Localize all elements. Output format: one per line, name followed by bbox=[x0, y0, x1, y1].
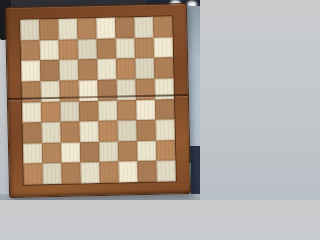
square-f6 bbox=[116, 58, 135, 79]
chess-board bbox=[5, 3, 191, 198]
square-d1 bbox=[80, 162, 99, 183]
playing-area bbox=[20, 16, 176, 184]
square-d4 bbox=[79, 101, 98, 122]
square-g4 bbox=[136, 99, 155, 120]
square-g8 bbox=[134, 17, 153, 38]
square-d2 bbox=[80, 142, 99, 163]
square-e6 bbox=[97, 59, 116, 80]
square-e1 bbox=[99, 162, 118, 183]
square-h3 bbox=[155, 119, 174, 140]
square-a6 bbox=[21, 61, 40, 82]
square-e7 bbox=[97, 38, 116, 59]
square-d3 bbox=[79, 121, 98, 142]
square-f8 bbox=[115, 17, 134, 38]
square-f4 bbox=[117, 100, 136, 121]
square-a2 bbox=[23, 143, 42, 164]
square-c1 bbox=[61, 163, 80, 184]
square-b1 bbox=[42, 163, 61, 184]
square-e8 bbox=[96, 18, 115, 39]
square-c7 bbox=[59, 39, 78, 60]
square-b2 bbox=[42, 143, 61, 164]
square-e3 bbox=[98, 121, 117, 142]
square-g3 bbox=[136, 120, 155, 141]
square-g7 bbox=[135, 37, 154, 58]
square-h4 bbox=[155, 99, 174, 120]
square-e4 bbox=[98, 100, 117, 121]
square-a7 bbox=[21, 40, 40, 61]
square-d8 bbox=[77, 18, 96, 39]
square-b7 bbox=[40, 40, 59, 61]
square-c4 bbox=[60, 101, 79, 122]
square-g2 bbox=[137, 140, 156, 161]
square-h8 bbox=[153, 16, 172, 37]
square-h6 bbox=[154, 58, 173, 79]
square-c2 bbox=[61, 142, 80, 163]
square-b6 bbox=[40, 60, 59, 81]
square-a1 bbox=[23, 164, 42, 185]
square-h7 bbox=[154, 37, 173, 58]
square-a3 bbox=[22, 122, 41, 143]
square-b8 bbox=[39, 19, 58, 40]
square-b3 bbox=[41, 122, 60, 143]
square-g6 bbox=[135, 58, 154, 79]
square-c3 bbox=[60, 122, 79, 143]
board-grid bbox=[20, 16, 176, 184]
square-d6 bbox=[78, 59, 97, 80]
square-d7 bbox=[78, 39, 97, 60]
square-a4 bbox=[22, 102, 41, 123]
square-c6 bbox=[59, 60, 78, 81]
square-e2 bbox=[99, 141, 118, 162]
square-a8 bbox=[20, 19, 39, 40]
square-f3 bbox=[117, 120, 136, 141]
square-c8 bbox=[58, 18, 77, 39]
square-f7 bbox=[116, 38, 135, 59]
square-h2 bbox=[156, 140, 175, 161]
square-f1 bbox=[118, 161, 137, 182]
square-b4 bbox=[41, 101, 60, 122]
square-f2 bbox=[118, 141, 137, 162]
square-h1 bbox=[156, 161, 175, 182]
square-g1 bbox=[137, 161, 156, 182]
